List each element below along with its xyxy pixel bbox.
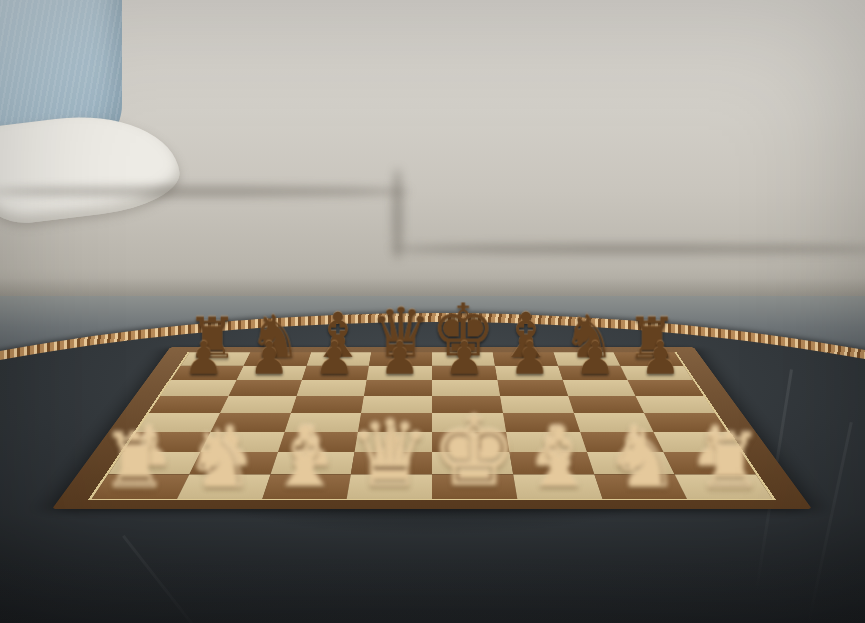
white-throw-blanket — [0, 105, 183, 228]
square-c7[interactable]: ♟ — [301, 366, 369, 381]
piece-black-pawn-g7[interactable]: ♟ — [575, 337, 615, 380]
piece-white-rook-h1[interactable]: ♜ — [695, 425, 763, 497]
square-d6[interactable] — [364, 380, 432, 396]
piece-white-knight-b1[interactable]: ♞ — [184, 422, 256, 498]
square-g1[interactable]: ♞ — [594, 474, 687, 499]
square-c1[interactable]: ♝ — [262, 474, 351, 499]
piece-black-pawn-e7[interactable]: ♟ — [444, 337, 484, 380]
square-e1[interactable]: ♚ — [432, 474, 517, 499]
square-b1[interactable]: ♞ — [177, 474, 270, 499]
foreground-blur — [0, 513, 865, 623]
square-b6[interactable] — [228, 380, 301, 396]
living-room-scene: ♜♞♝♛♚♝♞♜♟♟♟♟♟♟♟♟♟♟♟♟♟♟♟♟♜♞♝♛♚♝♞♜ — [0, 0, 865, 623]
square-b7[interactable]: ♟ — [236, 366, 306, 381]
couch — [0, 0, 865, 318]
board-frame: ♜♞♝♛♚♝♞♜♟♟♟♟♟♟♟♟♟♟♟♟♟♟♟♟♜♞♝♛♚♝♞♜ — [52, 347, 812, 509]
square-a5[interactable] — [149, 396, 228, 413]
square-c6[interactable] — [296, 380, 367, 396]
piece-white-queen-d1[interactable]: ♛ — [348, 410, 430, 497]
square-e7[interactable]: ♟ — [432, 366, 497, 381]
piece-white-king-e1[interactable]: ♚ — [431, 405, 519, 498]
square-d7[interactable]: ♟ — [367, 366, 432, 381]
square-f7[interactable]: ♟ — [495, 366, 563, 381]
square-h5[interactable] — [636, 396, 715, 413]
piece-black-pawn-c7[interactable]: ♟ — [314, 337, 354, 380]
square-a7[interactable]: ♟ — [171, 366, 244, 381]
square-d1[interactable]: ♛ — [347, 474, 432, 499]
square-h1[interactable]: ♜ — [675, 474, 772, 499]
square-h6[interactable] — [628, 380, 704, 396]
square-a1[interactable]: ♜ — [92, 474, 189, 499]
square-a6[interactable] — [160, 380, 236, 396]
piece-black-pawn-a7[interactable]: ♟ — [184, 337, 224, 380]
piece-white-knight-g1[interactable]: ♞ — [608, 422, 680, 498]
piece-white-bishop-c1[interactable]: ♝ — [267, 418, 342, 498]
square-h7[interactable]: ♟ — [621, 366, 694, 381]
piece-black-pawn-b7[interactable]: ♟ — [249, 337, 289, 380]
square-g6[interactable] — [563, 380, 636, 396]
board-grid: ♜♞♝♛♚♝♞♜♟♟♟♟♟♟♟♟♟♟♟♟♟♟♟♟♜♞♝♛♚♝♞♜ — [88, 352, 776, 500]
square-f1[interactable]: ♝ — [513, 474, 602, 499]
piece-black-pawn-h7[interactable]: ♟ — [640, 337, 680, 380]
couch-seat-crease-right — [390, 244, 865, 254]
piece-black-pawn-d7[interactable]: ♟ — [379, 337, 419, 380]
piece-black-pawn-f7[interactable]: ♟ — [510, 337, 550, 380]
piece-white-bishop-f1[interactable]: ♝ — [522, 418, 597, 498]
couch-cushion-gap — [392, 168, 403, 260]
couch-seat-crease-left — [0, 186, 410, 197]
square-g7[interactable]: ♟ — [558, 366, 628, 381]
piece-white-rook-a1[interactable]: ♜ — [101, 425, 169, 497]
